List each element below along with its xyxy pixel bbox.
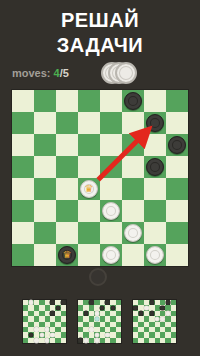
square-f8[interactable]: [122, 90, 144, 112]
square-h3[interactable]: [166, 200, 188, 222]
mini-piece-white: [144, 306, 149, 311]
square-d8[interactable]: [78, 90, 100, 112]
square-a2[interactable]: [12, 222, 34, 244]
mini-piece-black: [78, 338, 83, 343]
mini-piece-white: [84, 338, 89, 343]
square-h5[interactable]: [166, 156, 188, 178]
square-g4[interactable]: [144, 178, 166, 200]
square-a5[interactable]: [12, 156, 34, 178]
square-a7[interactable]: [12, 112, 34, 134]
square-h8[interactable]: [166, 90, 188, 112]
app-screen: РЕШАЙ ЗАДАЧИ moves: 4/5 ♛♛: [0, 0, 200, 356]
square-e5[interactable]: [100, 156, 122, 178]
mini-piece-black: [56, 306, 61, 311]
square-g5[interactable]: [144, 156, 166, 178]
mini-piece-black: [166, 300, 171, 305]
mini-piece-black: [89, 300, 94, 305]
mini-piece-white: [45, 338, 50, 343]
square-h4[interactable]: [166, 178, 188, 200]
square-d5[interactable]: [78, 156, 100, 178]
square-h2[interactable]: [166, 222, 188, 244]
square-c7[interactable]: [56, 112, 78, 134]
square-b1[interactable]: [34, 244, 56, 266]
square-e8[interactable]: [100, 90, 122, 112]
square-g3[interactable]: [144, 200, 166, 222]
mini-piece-black: [105, 300, 110, 305]
crown-icon: ♛: [81, 181, 97, 197]
white-man-f2[interactable]: [124, 224, 142, 242]
mini-piece-accent: [95, 317, 100, 322]
square-h6[interactable]: [166, 134, 188, 156]
square-f6[interactable]: [122, 134, 144, 156]
square-f5[interactable]: [122, 156, 144, 178]
mini-piece-white: [29, 300, 34, 305]
square-b2[interactable]: [34, 222, 56, 244]
square-b3[interactable]: [34, 200, 56, 222]
square-e7[interactable]: [100, 112, 122, 134]
checkers-board[interactable]: ♛♛: [12, 90, 188, 266]
mini-square: [116, 338, 121, 343]
mini-piece-white: [34, 338, 39, 343]
captured-piece-slot: [89, 268, 107, 286]
mini-piece-white: [95, 333, 100, 338]
mini-piece-black: [160, 306, 165, 311]
square-b5[interactable]: [34, 156, 56, 178]
square-c8[interactable]: [56, 90, 78, 112]
square-c4[interactable]: [56, 178, 78, 200]
square-g2[interactable]: [144, 222, 166, 244]
puzzle-thumbnails: [23, 300, 176, 343]
square-d7[interactable]: [78, 112, 100, 134]
square-f1[interactable]: [122, 244, 144, 266]
black-man-f8[interactable]: [124, 92, 142, 110]
square-f2[interactable]: [122, 222, 144, 244]
square-b6[interactable]: [34, 134, 56, 156]
mini-piece-white: [50, 333, 55, 338]
puzzle-thumbnail-1[interactable]: [23, 300, 66, 343]
square-c3[interactable]: [56, 200, 78, 222]
square-e1[interactable]: [100, 244, 122, 266]
checker-coin-icon: [115, 62, 137, 84]
white-man-e3[interactable]: [102, 202, 120, 220]
square-g8[interactable]: [144, 90, 166, 112]
mini-piece-black: [84, 311, 89, 316]
puzzle-thumbnail-3[interactable]: [133, 300, 176, 343]
square-h1[interactable]: [166, 244, 188, 266]
white-man-e1[interactable]: [102, 246, 120, 264]
square-a3[interactable]: [12, 200, 34, 222]
square-b7[interactable]: [34, 112, 56, 134]
square-b8[interactable]: [34, 90, 56, 112]
mini-piece-black: [150, 300, 155, 305]
square-d1[interactable]: [78, 244, 100, 266]
square-e2[interactable]: [100, 222, 122, 244]
square-e3[interactable]: [100, 200, 122, 222]
crown-icon: ♛: [59, 247, 75, 263]
square-g1[interactable]: [144, 244, 166, 266]
square-f7[interactable]: [122, 112, 144, 134]
square-d4[interactable]: ♛: [78, 178, 100, 200]
square-g7[interactable]: [144, 112, 166, 134]
mini-piece-black: [61, 300, 66, 305]
mini-square: [61, 338, 66, 343]
square-e4[interactable]: [100, 178, 122, 200]
square-c2[interactable]: [56, 222, 78, 244]
square-d3[interactable]: [78, 200, 100, 222]
square-a1[interactable]: [12, 244, 34, 266]
mini-piece-white: [45, 327, 50, 332]
mini-square: [171, 338, 176, 343]
black-man-g7[interactable]: [146, 114, 164, 132]
mini-piece-black: [50, 300, 55, 305]
black-man-g5[interactable]: [146, 158, 164, 176]
mini-piece-black: [111, 306, 116, 311]
moves-label: moves:: [12, 67, 51, 79]
moves-counter: moves: 4/5: [12, 67, 69, 79]
square-d2[interactable]: [78, 222, 100, 244]
square-f3[interactable]: [122, 200, 144, 222]
black-man-h6[interactable]: [168, 136, 186, 154]
mini-piece-white: [105, 333, 110, 338]
square-b4[interactable]: [34, 178, 56, 200]
square-c5[interactable]: [56, 156, 78, 178]
mini-piece-white: [34, 327, 39, 332]
mini-piece-white: [160, 317, 165, 322]
mini-piece-white: [155, 317, 160, 322]
moves-total: /5: [60, 67, 69, 79]
title-line-1: РЕШАЙ: [0, 8, 200, 33]
square-a8[interactable]: [12, 90, 34, 112]
square-c6[interactable]: [56, 134, 78, 156]
mini-piece-white: [95, 338, 100, 343]
square-e6[interactable]: [100, 134, 122, 156]
square-c1[interactable]: ♛: [56, 244, 78, 266]
title-line-2: ЗАДАЧИ: [0, 33, 200, 58]
mini-piece-black: [50, 311, 55, 316]
square-g6[interactable]: [144, 134, 166, 156]
mini-piece-white: [166, 311, 171, 316]
mini-piece-black: [133, 306, 138, 311]
mini-piece-black: [29, 333, 34, 338]
mini-piece-white: [40, 333, 45, 338]
puzzle-thumbnail-2[interactable]: [78, 300, 121, 343]
square-h7[interactable]: [166, 112, 188, 134]
white-king-d4[interactable]: ♛: [80, 180, 98, 198]
white-man-g1[interactable]: [146, 246, 164, 264]
mini-piece-white: [89, 327, 94, 332]
page-title: РЕШАЙ ЗАДАЧИ: [0, 8, 200, 58]
black-king-c1[interactable]: ♛: [58, 246, 76, 264]
square-f4[interactable]: [122, 178, 144, 200]
mini-piece-white: [95, 311, 100, 316]
checkers-stack-icon[interactable]: [101, 62, 137, 84]
square-d6[interactable]: [78, 134, 100, 156]
square-a6[interactable]: [12, 134, 34, 156]
mini-piece-black: [100, 306, 105, 311]
mini-piece-black: [139, 311, 144, 316]
square-a4[interactable]: [12, 178, 34, 200]
mini-piece-black: [150, 311, 155, 316]
